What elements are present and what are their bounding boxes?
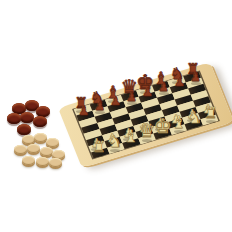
checker-dark-4[interactable] <box>7 113 21 124</box>
checker-dark-5[interactable] <box>20 112 34 123</box>
checker-light-4[interactable] <box>14 145 27 154</box>
dark-pawn-h7[interactable]: ♟ <box>187 71 205 83</box>
product-photo-chess-set: ♜♞♝♛♚♝♞♜♟♟♟♟♟♟♟♟♟♟♟♟♟♟♟♟♜♞♝♛♚♝♞♜ <box>0 0 232 232</box>
light-rook-h1[interactable]: ♜ <box>200 106 221 121</box>
checker-dark-6[interactable] <box>33 116 47 127</box>
checker-light-5[interactable] <box>27 144 40 153</box>
checker-light-9[interactable] <box>36 157 49 166</box>
checker-light-3[interactable] <box>46 138 59 147</box>
checker-light-2[interactable] <box>34 133 47 142</box>
checker-light-10[interactable] <box>49 158 62 167</box>
checker-dark-7[interactable] <box>17 124 31 135</box>
checker-light-8[interactable] <box>22 156 35 165</box>
